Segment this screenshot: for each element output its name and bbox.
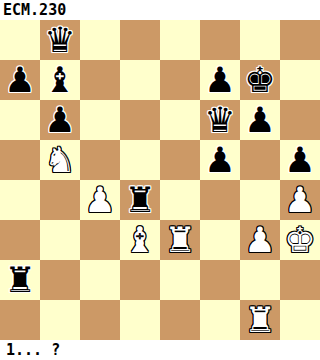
white-pawn[interactable]: ♟: [80, 180, 120, 220]
square-e7[interactable]: [160, 60, 200, 100]
square-g5[interactable]: [240, 140, 280, 180]
chess-board: ♛♟♝♟♚♟♛♟♞♟♟♟♜♟♝♜♟♚♜♜: [0, 20, 320, 340]
square-b8[interactable]: ♛: [40, 20, 80, 60]
square-a1[interactable]: [0, 300, 40, 340]
square-c3[interactable]: [80, 220, 120, 260]
square-e1[interactable]: [160, 300, 200, 340]
move-prompt: 1... ?: [6, 341, 60, 359]
white-bishop[interactable]: ♝: [120, 220, 160, 260]
square-b5[interactable]: ♞: [40, 140, 80, 180]
square-h4[interactable]: ♟: [280, 180, 320, 220]
square-b4[interactable]: [40, 180, 80, 220]
square-e2[interactable]: [160, 260, 200, 300]
square-a4[interactable]: [0, 180, 40, 220]
white-pawn[interactable]: ♟: [240, 220, 280, 260]
black-bishop[interactable]: ♝: [40, 60, 80, 100]
white-rook[interactable]: ♜: [160, 220, 200, 260]
square-d3[interactable]: ♝: [120, 220, 160, 260]
black-pawn[interactable]: ♟: [200, 60, 240, 100]
square-e6[interactable]: [160, 100, 200, 140]
square-h3[interactable]: ♚: [280, 220, 320, 260]
square-a3[interactable]: [0, 220, 40, 260]
square-c6[interactable]: [80, 100, 120, 140]
square-g7[interactable]: ♚: [240, 60, 280, 100]
square-h8[interactable]: [280, 20, 320, 60]
square-g6[interactable]: ♟: [240, 100, 280, 140]
black-pawn[interactable]: ♟: [240, 100, 280, 140]
square-h6[interactable]: [280, 100, 320, 140]
black-king[interactable]: ♚: [240, 60, 280, 100]
square-f3[interactable]: [200, 220, 240, 260]
square-d8[interactable]: [120, 20, 160, 60]
square-g3[interactable]: ♟: [240, 220, 280, 260]
square-h7[interactable]: [280, 60, 320, 100]
black-queen[interactable]: ♛: [40, 20, 80, 60]
square-a7[interactable]: ♟: [0, 60, 40, 100]
square-h2[interactable]: [280, 260, 320, 300]
square-g1[interactable]: ♜: [240, 300, 280, 340]
puzzle-title: ECM.230: [3, 1, 66, 19]
square-g4[interactable]: [240, 180, 280, 220]
square-b3[interactable]: [40, 220, 80, 260]
square-a8[interactable]: [0, 20, 40, 60]
square-a6[interactable]: [0, 100, 40, 140]
white-pawn[interactable]: ♟: [280, 180, 320, 220]
square-g8[interactable]: [240, 20, 280, 60]
black-queen[interactable]: ♛: [200, 100, 240, 140]
square-f8[interactable]: [200, 20, 240, 60]
square-b6[interactable]: ♟: [40, 100, 80, 140]
square-g2[interactable]: [240, 260, 280, 300]
square-c2[interactable]: [80, 260, 120, 300]
square-c8[interactable]: [80, 20, 120, 60]
square-d5[interactable]: [120, 140, 160, 180]
black-pawn[interactable]: ♟: [200, 140, 240, 180]
black-pawn[interactable]: ♟: [40, 100, 80, 140]
square-c4[interactable]: ♟: [80, 180, 120, 220]
square-f5[interactable]: ♟: [200, 140, 240, 180]
square-f7[interactable]: ♟: [200, 60, 240, 100]
square-b2[interactable]: [40, 260, 80, 300]
white-king[interactable]: ♚: [280, 220, 320, 260]
square-h5[interactable]: ♟: [280, 140, 320, 180]
square-c1[interactable]: [80, 300, 120, 340]
black-pawn[interactable]: ♟: [0, 60, 40, 100]
square-a5[interactable]: [0, 140, 40, 180]
square-f4[interactable]: [200, 180, 240, 220]
square-f2[interactable]: [200, 260, 240, 300]
square-d1[interactable]: [120, 300, 160, 340]
black-pawn[interactable]: ♟: [280, 140, 320, 180]
square-e4[interactable]: [160, 180, 200, 220]
square-f1[interactable]: [200, 300, 240, 340]
white-rook[interactable]: ♜: [240, 300, 280, 340]
black-rook[interactable]: ♜: [0, 260, 40, 300]
square-a2[interactable]: ♜: [0, 260, 40, 300]
square-h1[interactable]: [280, 300, 320, 340]
square-e8[interactable]: [160, 20, 200, 60]
square-c7[interactable]: [80, 60, 120, 100]
square-d4[interactable]: ♜: [120, 180, 160, 220]
square-c5[interactable]: [80, 140, 120, 180]
square-f6[interactable]: ♛: [200, 100, 240, 140]
black-rook[interactable]: ♜: [120, 180, 160, 220]
square-e3[interactable]: ♜: [160, 220, 200, 260]
square-d6[interactable]: [120, 100, 160, 140]
square-b7[interactable]: ♝: [40, 60, 80, 100]
square-b1[interactable]: [40, 300, 80, 340]
square-e5[interactable]: [160, 140, 200, 180]
square-d7[interactable]: [120, 60, 160, 100]
white-knight[interactable]: ♞: [40, 140, 80, 180]
square-d2[interactable]: [120, 260, 160, 300]
